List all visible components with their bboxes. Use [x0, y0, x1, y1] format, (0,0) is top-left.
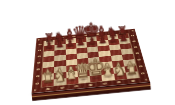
square-g2 [112, 66, 125, 73]
square-a2 [42, 73, 54, 80]
square-d4 [77, 58, 89, 65]
square-g4 [110, 55, 122, 62]
square-f1 [102, 74, 115, 82]
square-c2 [66, 71, 78, 78]
board-perspective-wrapper: ♜♞♝♛♚♝♞♜♟♟♟♟♟♟♟♟♟♟♟♟♟♟♟♟♜♞♝♛♚♝♞♜ [29, 0, 147, 105]
square-h2 [124, 65, 137, 72]
square-f3 [100, 62, 112, 69]
square-a3 [43, 67, 55, 74]
square-c4 [66, 59, 78, 66]
square-b2 [54, 72, 66, 79]
square-e2 [89, 69, 101, 76]
square-h1 [125, 71, 139, 79]
square-d1 [78, 76, 91, 84]
square-e4 [88, 57, 100, 64]
square-a4 [43, 61, 55, 68]
square-a1 [42, 79, 54, 87]
board-grid [42, 33, 139, 87]
chess-set-photo: ♜♞♝♛♚♝♞♜♟♟♟♟♟♟♟♟♟♟♟♟♟♟♟♟♜♞♝♛♚♝♞♜ [0, 0, 175, 105]
square-e3 [89, 63, 101, 70]
square-b3 [54, 66, 66, 73]
square-d3 [77, 64, 89, 71]
square-g1 [114, 72, 127, 80]
square-h4 [122, 54, 135, 61]
frame-ornaments-left [32, 41, 44, 88]
square-e1 [90, 75, 103, 83]
square-f2 [101, 67, 114, 74]
square-g3 [111, 60, 124, 67]
frame-ornaments-right [128, 32, 149, 77]
square-f4 [99, 56, 111, 63]
square-b4 [54, 60, 65, 67]
square-c1 [66, 77, 78, 85]
square-b1 [54, 78, 66, 86]
square-d2 [77, 70, 89, 77]
chess-board: ♜♞♝♛♚♝♞♜♟♟♟♟♟♟♟♟♟♟♟♟♟♟♟♟♜♞♝♛♚♝♞♜ [32, 29, 151, 94]
square-c3 [66, 65, 78, 72]
square-h3 [123, 59, 136, 66]
